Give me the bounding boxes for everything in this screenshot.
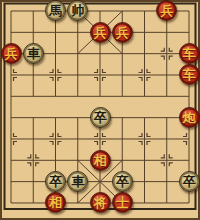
piece-black-general[interactable]: 帅: [67, 0, 88, 21]
piece-layer: 馬帅兵兵兵兵車车车卒炮相卒車卒卒相将士: [0, 0, 200, 214]
piece-black-horse[interactable]: 馬: [45, 0, 66, 21]
piece-red-cannon[interactable]: 炮: [179, 107, 200, 128]
piece-black-chariot[interactable]: 車: [67, 171, 88, 192]
piece-red-general[interactable]: 将: [90, 192, 111, 213]
piece-red-elephant[interactable]: 相: [45, 192, 66, 213]
piece-black-chariot[interactable]: 車: [23, 43, 44, 64]
piece-red-elephant[interactable]: 相: [90, 150, 111, 171]
piece-black-soldier[interactable]: 卒: [112, 171, 133, 192]
piece-black-soldier[interactable]: 卒: [45, 171, 66, 192]
piece-red-chariot[interactable]: 车: [179, 43, 200, 64]
piece-red-soldier[interactable]: 兵: [90, 22, 111, 43]
piece-red-soldier[interactable]: 兵: [112, 22, 133, 43]
piece-red-advisor[interactable]: 士: [112, 192, 133, 213]
piece-black-soldier[interactable]: 卒: [90, 107, 111, 128]
piece-red-soldier[interactable]: 兵: [156, 0, 177, 21]
piece-red-soldier[interactable]: 兵: [1, 43, 22, 64]
xiangqi-board: 馬帅兵兵兵兵車车车卒炮相卒車卒卒相将士: [2, 2, 198, 218]
piece-red-chariot[interactable]: 车: [179, 64, 200, 85]
piece-black-soldier[interactable]: 卒: [179, 171, 200, 192]
